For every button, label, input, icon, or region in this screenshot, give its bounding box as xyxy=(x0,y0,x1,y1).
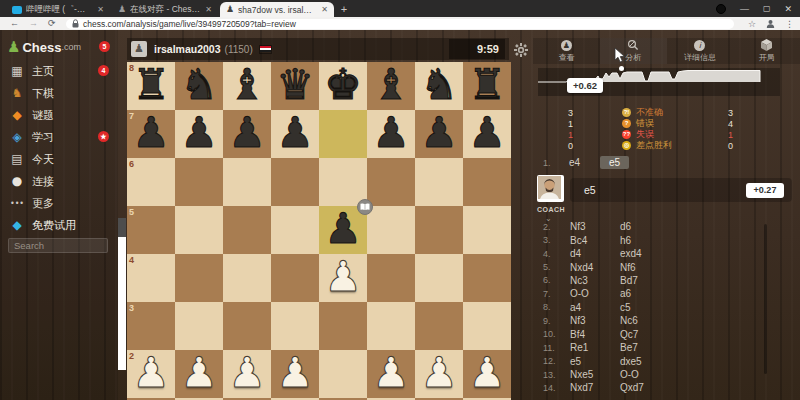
white-count: 3 xyxy=(533,108,573,118)
selected-move[interactable]: e5 xyxy=(600,156,629,169)
notification-badge: 4 xyxy=(98,65,109,76)
square-g7[interactable]: ♟ xyxy=(415,110,463,158)
panel-tab-2[interactable]: 分析 xyxy=(600,38,667,64)
square-h4[interactable] xyxy=(463,254,511,302)
square-d5[interactable] xyxy=(271,206,319,254)
url-text: chess.com/analysis/game/live/39499720509… xyxy=(83,19,296,29)
tab-title: 哔哩哔哩 (゜-゜)つロ 干杯~-bi xyxy=(26,4,93,16)
sidebar-item-label: 更多 xyxy=(32,196,54,211)
player-rating: (1150) xyxy=(225,44,253,55)
square-h6[interactable] xyxy=(463,158,511,206)
panel-tab-label: 开局 xyxy=(759,52,775,63)
white-move[interactable]: Nf3 xyxy=(570,221,620,232)
sidebar-item-label: 下棋 xyxy=(32,86,54,101)
back-button[interactable]: ← xyxy=(10,17,19,30)
diamond-icon: ◆ xyxy=(9,218,25,232)
logo-pawn-icon: ♟ xyxy=(7,38,20,56)
notification-badge: ★ xyxy=(98,131,109,142)
square-b6[interactable] xyxy=(175,158,223,206)
sidebar-item-label: 学习 xyxy=(32,130,54,145)
rank-label: 7 xyxy=(129,111,134,121)
coach-avatar[interactable] xyxy=(537,175,564,202)
puzzle-icon: ◆ xyxy=(9,108,25,122)
black-piece-k[interactable]: ♚ xyxy=(319,62,367,110)
sidebar-item-6[interactable]: ●连接 xyxy=(0,170,118,192)
social-bubble-icon: ● xyxy=(9,174,25,188)
classification-icon: ? xyxy=(622,119,631,128)
close-button[interactable]: ✕ xyxy=(784,4,792,14)
move-row-3.[interactable]: 3. Bc4 h6 xyxy=(533,233,800,246)
square-b4[interactable] xyxy=(175,254,223,302)
white-piece-p[interactable]: ♟ xyxy=(463,350,511,398)
white-move[interactable]: Re1 xyxy=(570,342,620,353)
square-f4[interactable] xyxy=(367,254,415,302)
logo-com: .com xyxy=(61,42,81,52)
square-b7[interactable]: ♟ xyxy=(175,110,223,158)
square-a4[interactable]: 4 xyxy=(127,254,175,302)
square-h7[interactable]: ♟ xyxy=(463,110,511,158)
square-e2[interactable] xyxy=(319,350,367,398)
square-c2[interactable]: ♟ xyxy=(223,350,271,398)
black-move[interactable]: a6 xyxy=(620,288,631,299)
white-count: 1 xyxy=(533,119,573,129)
square-b8[interactable]: ♞ xyxy=(175,62,223,110)
square-g4[interactable] xyxy=(415,254,463,302)
square-c7[interactable]: ♟ xyxy=(223,110,271,158)
move-number: 10. xyxy=(533,329,559,339)
black-piece-r[interactable]: ♜ xyxy=(463,62,511,110)
black-piece-p[interactable]: ♟ xyxy=(223,110,271,158)
rank-label: 6 xyxy=(129,159,134,169)
move-number: 8. xyxy=(533,302,559,312)
square-c3[interactable] xyxy=(223,302,271,350)
move-row-10.[interactable]: 10. Bf4 Qc7 xyxy=(533,328,800,341)
sidebar-item-5[interactable]: ▤今天 xyxy=(0,148,118,170)
browser-titlebar: 哔哩哔哩 (゜-゜)つロ 干杯~-bi ✕ ♟ 在线对弈 - Chess.com… xyxy=(0,0,800,17)
square-e8[interactable]: ♚ xyxy=(319,62,367,110)
square-f2[interactable]: ♟ xyxy=(367,350,415,398)
white-piece-p[interactable]: ♟ xyxy=(175,350,223,398)
sidebar-item-label: 主页 xyxy=(32,64,54,79)
square-e6[interactable] xyxy=(319,158,367,206)
square-a6[interactable]: 6 xyxy=(127,158,175,206)
rank-label: 3 xyxy=(129,303,134,313)
eval-marker-dot xyxy=(619,66,624,71)
move-number: 14. xyxy=(533,383,559,393)
tab-title: sha7dow vs. irsalmau200 xyxy=(238,5,317,15)
rank-label: 4 xyxy=(129,255,134,265)
square-c5[interactable] xyxy=(223,206,271,254)
square-a7[interactable]: 7♟ xyxy=(127,110,175,158)
panel-tab-label: 查看 xyxy=(558,52,574,63)
black-piece-n[interactable]: ♞ xyxy=(175,62,223,110)
tab-title: 在线对弈 - Chess.com xyxy=(130,4,201,16)
tab-close-icon[interactable]: ✕ xyxy=(205,5,212,14)
panel-tab-3[interactable]: i详细信息 xyxy=(667,38,734,64)
sidebar-item-label: 连接 xyxy=(32,174,54,189)
square-b3[interactable] xyxy=(175,302,223,350)
square-h5[interactable] xyxy=(463,206,511,254)
square-h8[interactable]: ♜ xyxy=(463,62,511,110)
new-tab-button[interactable]: + xyxy=(338,3,350,15)
white-move[interactable]: O-O xyxy=(570,288,620,299)
white-move[interactable]: Nxd4 xyxy=(570,262,620,273)
black-move[interactable]: Qxd7 xyxy=(620,382,644,393)
magnifier-slash-icon xyxy=(627,40,639,51)
logo-word: Chess xyxy=(22,40,61,55)
profile-circle-icon[interactable] xyxy=(716,4,726,14)
black-count: 1 xyxy=(703,130,733,140)
book-move-icon xyxy=(357,199,373,215)
bookmark-star-icon[interactable]: ☆ xyxy=(748,19,756,29)
white-move[interactable]: Nc3 xyxy=(570,275,620,286)
black-move[interactable]: Be7 xyxy=(620,342,638,353)
sidebar-item-4[interactable]: ◈学习★ xyxy=(0,126,118,148)
chess-pawn-icon: ♟ xyxy=(226,5,234,14)
tab-close-icon[interactable]: ✕ xyxy=(97,5,104,14)
black-move[interactable]: O-O xyxy=(620,369,639,380)
white-piece-p[interactable]: ♟ xyxy=(127,350,175,398)
black-move[interactable]: dxe5 xyxy=(620,356,642,367)
coach-move: e5 xyxy=(584,184,596,196)
square-a5[interactable]: 5 xyxy=(127,206,175,254)
white-piece-p[interactable]: ♟ xyxy=(367,350,415,398)
panel-tab-label: 分析 xyxy=(625,52,641,63)
black-piece-b[interactable]: ♝ xyxy=(367,62,415,110)
move-number: 3. xyxy=(533,235,559,245)
move-number: 5. xyxy=(533,262,559,272)
classification-icon: ◎ xyxy=(622,141,631,150)
classification-label: 差点胜利 xyxy=(636,139,672,152)
square-f5[interactable] xyxy=(367,206,415,254)
square-c4[interactable] xyxy=(223,254,271,302)
black-piece-q[interactable]: ♛ xyxy=(271,62,319,110)
player-bar-top: ♟ irsalmau2003 (1150) 9:59 xyxy=(127,38,509,60)
black-move[interactable]: c5 xyxy=(620,302,631,313)
eval-tooltip: +0.62 xyxy=(567,78,603,93)
move-row-9.[interactable]: 9. Nf3 Nc6 xyxy=(533,314,800,327)
square-d6[interactable] xyxy=(271,158,319,206)
search-input[interactable]: Search xyxy=(8,238,108,253)
square-g2[interactable]: ♟ xyxy=(415,350,463,398)
sidebar: ♟ Chess .com 5 ▦主页4♞下棋◆谜题◈学习★▤今天●连接•••更多… xyxy=(0,30,118,400)
player-name[interactable]: irsalmau2003 xyxy=(154,43,221,55)
move-number: 1. xyxy=(533,158,559,168)
square-h2[interactable]: ♟ xyxy=(463,350,511,398)
summary-row-4: 0 ◎ 差点胜利 0 xyxy=(533,140,800,151)
classification-icon: ?? xyxy=(622,130,631,139)
move-row-4.[interactable]: 4. d4 exd4 xyxy=(533,247,800,260)
white-piece-p[interactable]: ♟ xyxy=(319,254,367,302)
black-move[interactable]: h6 xyxy=(620,235,631,246)
news-icon: ▤ xyxy=(9,152,25,166)
square-c6[interactable] xyxy=(223,158,271,206)
move-number: 11. xyxy=(533,343,559,353)
white-piece-p[interactable]: ♟ xyxy=(223,350,271,398)
learn-cap-icon: ◈ xyxy=(9,130,25,144)
black-count: 0 xyxy=(703,141,733,151)
move-row-2.[interactable]: 2. Nf3 d6 xyxy=(533,220,800,233)
sidebar-item-trial[interactable]: ◆ 免费试用 xyxy=(0,214,76,236)
move-row-5.[interactable]: 5. Nxd4 Nf6 xyxy=(533,260,800,273)
move-row-12.[interactable]: 12. e5 dxe5 xyxy=(533,354,800,367)
square-g5[interactable] xyxy=(415,206,463,254)
move-row-13.[interactable]: 13. Nxe5 O-O xyxy=(533,368,800,381)
square-h3[interactable] xyxy=(463,302,511,350)
chesscom-logo[interactable]: ♟ Chess .com xyxy=(7,38,81,56)
home-board-icon: ▦ xyxy=(9,64,25,78)
sidebar-item-label: 今天 xyxy=(32,152,54,167)
square-f7[interactable]: ♟ xyxy=(367,110,415,158)
black-move[interactable]: exd4 xyxy=(620,248,642,259)
rank-label: 5 xyxy=(129,207,134,217)
black-count: 4 xyxy=(703,119,733,129)
scrollbar-thumb[interactable] xyxy=(118,218,126,237)
black-piece-p[interactable]: ♟ xyxy=(271,110,319,158)
white-move[interactable]: a4 xyxy=(570,302,620,313)
egypt-flag-icon xyxy=(259,45,272,54)
address-bar[interactable]: chess.com/analysis/game/live/39499720509… xyxy=(66,19,734,29)
browser-tab-2[interactable]: ♟ 在线对弈 - Chess.com ✕ xyxy=(112,2,218,17)
square-e3[interactable] xyxy=(319,302,367,350)
forward-button[interactable]: → xyxy=(29,17,38,30)
maximize-button[interactable]: ▢ xyxy=(763,4,771,13)
classification-icon: ?! xyxy=(622,108,631,117)
move-row-7.[interactable]: 7. O-O a6 xyxy=(533,287,800,300)
move-number: 7. xyxy=(533,289,559,299)
square-g3[interactable] xyxy=(415,302,463,350)
square-f6[interactable] xyxy=(367,158,415,206)
minimize-button[interactable]: — xyxy=(740,4,749,14)
cube-icon xyxy=(761,40,772,51)
sidebar-item-1[interactable]: ▦主页4 xyxy=(0,60,118,82)
panel-tab-4[interactable]: 开局 xyxy=(733,38,800,64)
black-piece-b[interactable]: ♝ xyxy=(223,62,271,110)
black-piece-p[interactable]: ♟ xyxy=(127,110,175,158)
play-knight-icon: ♞ xyxy=(9,86,25,100)
square-d3[interactable] xyxy=(271,302,319,350)
white-piece-p[interactable]: ♟ xyxy=(271,350,319,398)
rank-label: 2 xyxy=(129,351,134,361)
page-scrollbar[interactable] xyxy=(118,218,126,370)
movelist-scrollbar[interactable] xyxy=(764,224,767,374)
info-icon: i xyxy=(694,40,705,51)
white-move[interactable]: e5 xyxy=(570,356,620,367)
square-d2[interactable]: ♟ xyxy=(271,350,319,398)
white-move[interactable]: Bf4 xyxy=(570,329,620,340)
player-avatar[interactable]: ♟ xyxy=(131,41,147,57)
analysis-panel: ♟查看分析i详细信息开局 +0.62 3 ?! 不准确 31 ? 错误 41 ?… xyxy=(533,30,800,400)
square-e4[interactable]: ♟ xyxy=(319,254,367,302)
square-e7[interactable] xyxy=(319,110,367,158)
move-number: 12. xyxy=(533,356,559,366)
white-piece-p[interactable]: ♟ xyxy=(415,350,463,398)
move-row-14.[interactable]: 14. Nxd7 Qxd7 xyxy=(533,381,800,394)
black-count: 3 xyxy=(703,108,733,118)
browser-tab-3-active[interactable]: ♟ sha7dow vs. irsalmau200 ✕ xyxy=(220,2,334,17)
black-move[interactable]: Qc7 xyxy=(620,329,638,340)
rank-label: 8 xyxy=(129,63,134,73)
browser-menu-icon[interactable]: ⋮ xyxy=(785,19,794,29)
square-b2[interactable]: ♟ xyxy=(175,350,223,398)
white-count: 1 xyxy=(533,130,573,140)
refresh-button[interactable]: ⟳ xyxy=(48,17,56,30)
white-move[interactable]: Nxd7 xyxy=(570,382,620,393)
move-number: 9. xyxy=(533,316,559,326)
white-count: 0 xyxy=(533,141,573,151)
square-a8[interactable]: 8♜ xyxy=(127,62,175,110)
sidebar-item-2[interactable]: ♞下棋 xyxy=(0,82,118,104)
player-clock: 9:59 xyxy=(449,39,505,59)
move-list[interactable]: 2. Nf3 d63. Bc4 h64. d4 exd45. Nxd4 Nf66… xyxy=(533,220,800,395)
sidebar-item-7[interactable]: •••更多 xyxy=(0,192,118,214)
mouse-cursor xyxy=(614,48,626,63)
coach-eval-pill: +0.27 xyxy=(746,183,784,198)
bilibili-icon xyxy=(12,6,22,14)
sidebar-item-label: 谜题 xyxy=(32,108,54,123)
square-f8[interactable]: ♝ xyxy=(367,62,415,110)
screen: 哔哩哔哩 (゜-゜)つロ 干杯~-bi ✕ ♟ 在线对弈 - Chess.com… xyxy=(0,0,800,400)
sidebar-item-3[interactable]: ◆谜题 xyxy=(0,104,118,126)
white-move[interactable]: d4 xyxy=(570,248,620,259)
summary-row-2: 1 ? 错误 4 xyxy=(533,118,800,129)
black-piece-n[interactable]: ♞ xyxy=(415,62,463,110)
move-row-6.[interactable]: 6. Nc3 Bd7 xyxy=(533,274,800,287)
summary-row-1: 3 ?! 不准确 3 xyxy=(533,107,800,118)
tab-close-icon[interactable]: ✕ xyxy=(321,5,328,14)
chess-pawn-icon: ♟ xyxy=(118,5,126,14)
pawn-circle-icon: ♟ xyxy=(561,40,572,51)
black-piece-p[interactable]: ♟ xyxy=(175,110,223,158)
move-number: 6. xyxy=(533,275,559,285)
black-piece-p[interactable]: ♟ xyxy=(367,110,415,158)
white-move[interactable]: Bc4 xyxy=(570,235,620,246)
chess-board[interactable]: 8♜♞♝♛♚♝♞♜7♟♟♟♟♟♟♟65♟ 4♟32♟♟♟♟♟♟♟1♜♞♝♛♚♝♞… xyxy=(127,62,511,400)
black-piece-p[interactable]: ♟ xyxy=(463,110,511,158)
square-e5[interactable]: ♟ xyxy=(319,206,367,254)
square-d8[interactable]: ♛ xyxy=(271,62,319,110)
move-number: 13. xyxy=(533,370,559,380)
square-c8[interactable]: ♝ xyxy=(223,62,271,110)
last-move-highlight xyxy=(319,110,367,158)
square-b5[interactable] xyxy=(175,206,223,254)
square-a2[interactable]: 2♟ xyxy=(127,350,175,398)
square-d7[interactable]: ♟ xyxy=(271,110,319,158)
move-row-1[interactable]: 1. e4 e5 xyxy=(533,155,800,170)
move-row-8.[interactable]: 8. a4 c5 xyxy=(533,301,800,314)
panel-tab-1[interactable]: ♟查看 xyxy=(533,38,600,64)
black-move[interactable]: Nf6 xyxy=(620,262,636,273)
white-move[interactable]: Nxe5 xyxy=(570,369,620,380)
settings-gear-icon[interactable] xyxy=(514,43,528,57)
browser-tab-1[interactable]: 哔哩哔哩 (゜-゜)つロ 干杯~-bi ✕ xyxy=(6,2,110,17)
square-a3[interactable]: 3 xyxy=(127,302,175,350)
black-piece-r[interactable]: ♜ xyxy=(127,62,175,110)
square-f3[interactable] xyxy=(367,302,415,350)
more-dots-icon: ••• xyxy=(9,199,25,208)
profile-icon[interactable] xyxy=(766,19,775,28)
black-move[interactable]: Nc6 xyxy=(620,315,638,326)
square-g8[interactable]: ♞ xyxy=(415,62,463,110)
move-number: 2. xyxy=(533,222,559,232)
black-move[interactable]: Bd7 xyxy=(620,275,638,286)
notification-badge: 5 xyxy=(99,41,110,52)
white-move[interactable]: e4 xyxy=(569,157,597,168)
coach-bubble: e5 +0.27 xyxy=(570,178,792,202)
square-g6[interactable] xyxy=(415,158,463,206)
black-piece-p[interactable]: ♟ xyxy=(415,110,463,158)
lock-icon xyxy=(72,19,79,28)
move-row-11.[interactable]: 11. Re1 Be7 xyxy=(533,341,800,354)
trial-label: 免费试用 xyxy=(32,218,76,233)
square-d4[interactable] xyxy=(271,254,319,302)
panel-tab-label: 详细信息 xyxy=(684,52,716,63)
white-move[interactable]: Nf3 xyxy=(570,315,620,326)
move-number: 4. xyxy=(533,249,559,259)
black-move[interactable]: d6 xyxy=(620,221,631,232)
coach-label: COACH xyxy=(533,206,569,213)
